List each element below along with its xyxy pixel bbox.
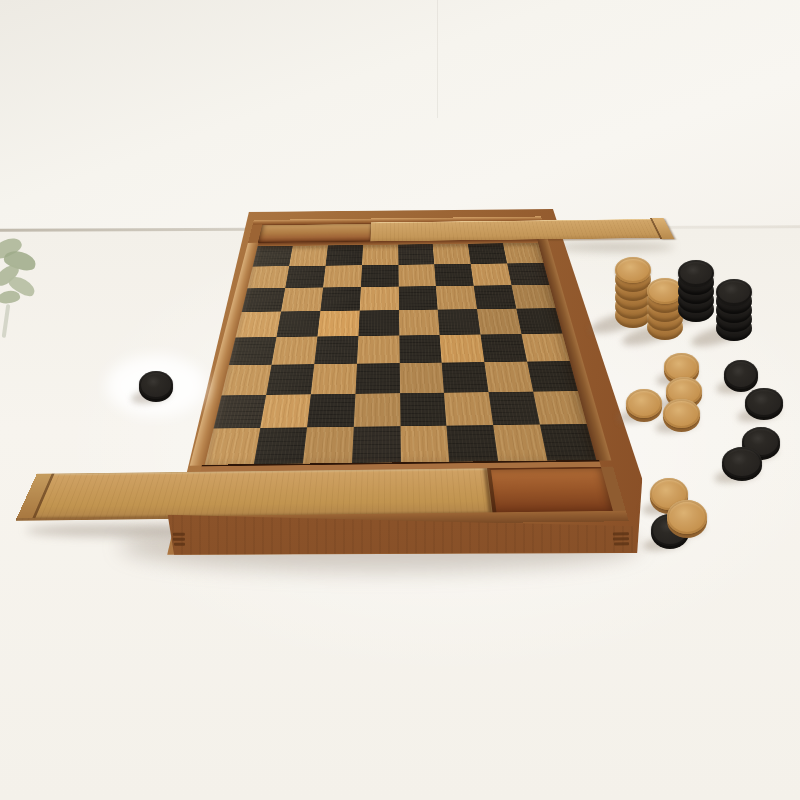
top-sliding-lid[interactable] xyxy=(370,219,673,242)
square-g2[interactable] xyxy=(489,392,540,425)
square-g4[interactable] xyxy=(481,334,527,362)
square-d4[interactable] xyxy=(357,335,400,363)
square-h8[interactable] xyxy=(503,243,543,264)
dovetail-joint xyxy=(173,533,185,536)
square-h3[interactable] xyxy=(527,361,578,392)
square-a2[interactable] xyxy=(214,395,267,429)
square-b8[interactable] xyxy=(289,245,328,266)
square-h7[interactable] xyxy=(507,263,549,285)
square-e3[interactable] xyxy=(399,363,444,394)
square-d6[interactable] xyxy=(359,287,398,311)
square-e4[interactable] xyxy=(399,335,442,363)
dovetail-joint xyxy=(173,538,185,541)
square-e6[interactable] xyxy=(398,286,438,310)
square-a6[interactable] xyxy=(242,288,285,312)
square-c3[interactable] xyxy=(311,364,357,395)
square-c4[interactable] xyxy=(314,336,358,364)
square-h1[interactable] xyxy=(540,424,596,461)
square-g3[interactable] xyxy=(485,362,534,393)
square-b5[interactable] xyxy=(276,311,320,337)
square-c1[interactable] xyxy=(303,427,354,464)
square-c7[interactable] xyxy=(323,265,362,287)
square-e2[interactable] xyxy=(400,393,447,427)
dovetail-joint xyxy=(613,537,629,540)
square-b7[interactable] xyxy=(285,266,325,288)
square-d8[interactable] xyxy=(362,245,398,266)
bottom-compartment-opening xyxy=(487,467,617,514)
square-g7[interactable] xyxy=(471,263,512,285)
square-c5[interactable] xyxy=(317,311,359,337)
square-a7[interactable] xyxy=(247,266,289,288)
square-c6[interactable] xyxy=(320,287,360,311)
square-e8[interactable] xyxy=(398,244,435,265)
dovetail-joint xyxy=(613,532,629,535)
square-d7[interactable] xyxy=(361,265,399,287)
square-h5[interactable] xyxy=(516,308,562,334)
square-d5[interactable] xyxy=(358,310,399,336)
square-b4[interactable] xyxy=(271,336,317,364)
square-f6[interactable] xyxy=(436,286,477,310)
square-f4[interactable] xyxy=(440,334,485,362)
square-a8[interactable] xyxy=(253,246,293,267)
square-a3[interactable] xyxy=(222,365,272,396)
square-c8[interactable] xyxy=(325,245,362,266)
square-b6[interactable] xyxy=(281,287,323,311)
square-f8[interactable] xyxy=(433,244,471,265)
square-a1[interactable] xyxy=(205,428,260,465)
square-a4[interactable] xyxy=(229,337,277,365)
square-d2[interactable] xyxy=(353,393,400,427)
square-e7[interactable] xyxy=(398,264,436,286)
square-h4[interactable] xyxy=(522,333,570,361)
square-h6[interactable] xyxy=(512,285,556,309)
square-e1[interactable] xyxy=(400,426,449,463)
square-f3[interactable] xyxy=(442,362,489,393)
square-h2[interactable] xyxy=(533,391,586,424)
square-g5[interactable] xyxy=(477,309,521,335)
square-g8[interactable] xyxy=(468,243,507,264)
square-a5[interactable] xyxy=(236,311,281,337)
dovetail-joint xyxy=(174,543,185,546)
bottom-lid-stop xyxy=(17,474,55,519)
board-assembly xyxy=(0,0,800,800)
square-f2[interactable] xyxy=(444,392,493,425)
top-compartment-opening xyxy=(258,223,372,243)
square-f7[interactable] xyxy=(434,264,473,286)
square-c2[interactable] xyxy=(307,394,355,428)
dovetail-joint xyxy=(614,542,629,545)
square-b1[interactable] xyxy=(254,427,307,464)
square-g6[interactable] xyxy=(474,285,517,309)
checkerboard xyxy=(205,243,597,465)
square-b2[interactable] xyxy=(260,394,310,428)
square-d1[interactable] xyxy=(352,426,401,463)
top-lid-stop xyxy=(650,218,674,239)
square-f1[interactable] xyxy=(447,425,499,462)
square-f5[interactable] xyxy=(438,309,481,335)
square-g1[interactable] xyxy=(493,424,547,461)
square-e5[interactable] xyxy=(399,310,440,336)
square-d3[interactable] xyxy=(355,363,400,394)
square-b3[interactable] xyxy=(266,364,314,395)
